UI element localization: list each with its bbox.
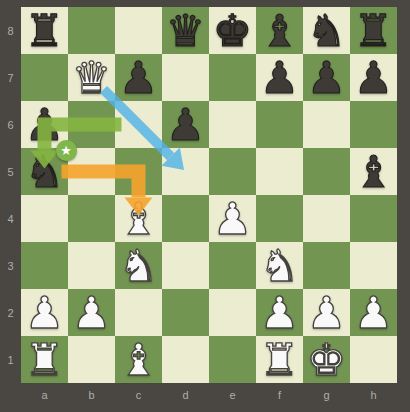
file-label-e: e xyxy=(209,383,256,407)
piece-black-bishop[interactable]: ♝ xyxy=(350,148,397,195)
square-e1[interactable] xyxy=(209,336,256,383)
square-e3[interactable] xyxy=(209,242,256,289)
square-e7[interactable] xyxy=(209,54,256,101)
square-f4[interactable] xyxy=(256,195,303,242)
square-g2[interactable]: ♟ xyxy=(303,289,350,336)
rank-label-8: 8 xyxy=(0,7,21,54)
rank-label-6: 6 xyxy=(0,101,21,148)
piece-white-queen[interactable]: ♛ xyxy=(68,54,115,101)
square-c3[interactable]: ♞ xyxy=(115,242,162,289)
piece-white-pawn[interactable]: ♟ xyxy=(350,289,397,336)
rank-label-7: 7 xyxy=(0,54,21,101)
square-f3[interactable]: ♞ xyxy=(256,242,303,289)
board: ♜♛♚♝♞♜♛♟♟♟♟♟♟♞♝♝♟♞♞♟♟♟♟♟♜♝♜♚ xyxy=(21,7,397,383)
square-b7[interactable]: ♛ xyxy=(68,54,115,101)
piece-black-knight[interactable]: ♞ xyxy=(303,7,350,54)
file-label-c: c xyxy=(115,383,162,407)
file-label-g: g xyxy=(303,383,350,407)
square-h6[interactable] xyxy=(350,101,397,148)
piece-black-pawn[interactable]: ♟ xyxy=(350,54,397,101)
square-f8[interactable]: ♝ xyxy=(256,7,303,54)
piece-white-rook[interactable]: ♜ xyxy=(256,336,303,383)
square-c7[interactable]: ♟ xyxy=(115,54,162,101)
square-g1[interactable]: ♚ xyxy=(303,336,350,383)
square-b6[interactable] xyxy=(68,101,115,148)
square-d8[interactable]: ♛ xyxy=(162,7,209,54)
square-d7[interactable] xyxy=(162,54,209,101)
square-d6[interactable]: ♟ xyxy=(162,101,209,148)
square-h8[interactable]: ♜ xyxy=(350,7,397,54)
rank-label-1: 1 xyxy=(0,336,21,383)
square-c4[interactable]: ♝ xyxy=(115,195,162,242)
piece-black-bishop[interactable]: ♝ xyxy=(256,7,303,54)
piece-white-knight[interactable]: ♞ xyxy=(115,242,162,289)
square-f1[interactable]: ♜ xyxy=(256,336,303,383)
piece-white-pawn[interactable]: ♟ xyxy=(303,289,350,336)
piece-white-bishop[interactable]: ♝ xyxy=(115,336,162,383)
square-h7[interactable]: ♟ xyxy=(350,54,397,101)
piece-white-pawn[interactable]: ♟ xyxy=(68,289,115,336)
square-e6[interactable] xyxy=(209,101,256,148)
file-label-f: f xyxy=(256,383,303,407)
square-h2[interactable]: ♟ xyxy=(350,289,397,336)
piece-white-pawn[interactable]: ♟ xyxy=(209,195,256,242)
square-b4[interactable] xyxy=(68,195,115,242)
piece-white-pawn[interactable]: ♟ xyxy=(21,289,68,336)
file-label-h: h xyxy=(350,383,397,407)
rank-label-4: 4 xyxy=(0,195,21,242)
file-label-d: d xyxy=(162,383,209,407)
square-d4[interactable] xyxy=(162,195,209,242)
square-a1[interactable]: ♜ xyxy=(21,336,68,383)
rank-label-3: 3 xyxy=(0,242,21,289)
square-a2[interactable]: ♟ xyxy=(21,289,68,336)
square-g3[interactable] xyxy=(303,242,350,289)
piece-white-bishop[interactable]: ♝ xyxy=(115,195,162,242)
piece-black-king[interactable]: ♚ xyxy=(209,7,256,54)
square-a3[interactable] xyxy=(21,242,68,289)
piece-white-rook[interactable]: ♜ xyxy=(21,336,68,383)
square-h5[interactable]: ♝ xyxy=(350,148,397,195)
square-a7[interactable] xyxy=(21,54,68,101)
square-f5[interactable] xyxy=(256,148,303,195)
square-f2[interactable]: ♟ xyxy=(256,289,303,336)
square-c8[interactable] xyxy=(115,7,162,54)
piece-black-pawn[interactable]: ♟ xyxy=(303,54,350,101)
square-b3[interactable] xyxy=(68,242,115,289)
square-d2[interactable] xyxy=(162,289,209,336)
square-e4[interactable]: ♟ xyxy=(209,195,256,242)
square-d1[interactable] xyxy=(162,336,209,383)
square-h4[interactable] xyxy=(350,195,397,242)
piece-black-pawn[interactable]: ♟ xyxy=(162,101,209,148)
piece-black-pawn[interactable]: ♟ xyxy=(115,54,162,101)
square-e5[interactable] xyxy=(209,148,256,195)
best-move-badge: ★ xyxy=(56,140,77,161)
square-g4[interactable] xyxy=(303,195,350,242)
square-e8[interactable]: ♚ xyxy=(209,7,256,54)
square-b2[interactable]: ♟ xyxy=(68,289,115,336)
chess-app-background: 87654321 abcdefgh ♜♛♚♝♞♜♛♟♟♟♟♟♟♞♝♝♟♞♞♟♟♟… xyxy=(0,0,410,412)
square-g7[interactable]: ♟ xyxy=(303,54,350,101)
star-icon: ★ xyxy=(60,143,72,156)
square-c5[interactable] xyxy=(115,148,162,195)
rank-label-5: 5 xyxy=(0,148,21,195)
piece-black-pawn[interactable]: ♟ xyxy=(256,54,303,101)
square-d5[interactable] xyxy=(162,148,209,195)
square-b8[interactable] xyxy=(68,7,115,54)
square-c1[interactable]: ♝ xyxy=(115,336,162,383)
square-a8[interactable]: ♜ xyxy=(21,7,68,54)
piece-white-king[interactable]: ♚ xyxy=(303,336,350,383)
file-labels: abcdefgh xyxy=(21,383,397,407)
square-h1[interactable] xyxy=(350,336,397,383)
square-a4[interactable] xyxy=(21,195,68,242)
square-c6[interactable] xyxy=(115,101,162,148)
square-f7[interactable]: ♟ xyxy=(256,54,303,101)
file-label-b: b xyxy=(68,383,115,407)
square-g5[interactable] xyxy=(303,148,350,195)
piece-black-queen[interactable]: ♛ xyxy=(162,7,209,54)
square-c2[interactable] xyxy=(115,289,162,336)
square-f6[interactable] xyxy=(256,101,303,148)
piece-black-rook[interactable]: ♜ xyxy=(350,7,397,54)
square-g6[interactable] xyxy=(303,101,350,148)
square-h3[interactable] xyxy=(350,242,397,289)
file-label-a: a xyxy=(21,383,68,407)
rank-label-2: 2 xyxy=(0,289,21,336)
square-b1[interactable] xyxy=(68,336,115,383)
piece-black-rook[interactable]: ♜ xyxy=(21,7,68,54)
square-e2[interactable] xyxy=(209,289,256,336)
square-d3[interactable] xyxy=(162,242,209,289)
piece-white-pawn[interactable]: ♟ xyxy=(256,289,303,336)
square-g8[interactable]: ♞ xyxy=(303,7,350,54)
piece-white-knight[interactable]: ♞ xyxy=(256,242,303,289)
rank-labels: 87654321 xyxy=(0,7,21,383)
